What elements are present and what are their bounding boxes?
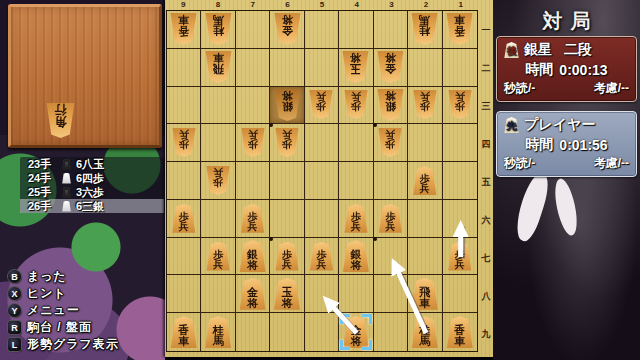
gote-piece-king[interactable]: 玉将	[342, 51, 369, 83]
sente-time-value: 0:01:56	[559, 137, 607, 153]
file-label-1: 1	[443, 0, 478, 10]
selection-cursor	[340, 314, 371, 350]
square-1五[interactable]	[443, 162, 477, 200]
file-label-9: 9	[166, 0, 201, 10]
square-9四[interactable]: 歩兵	[167, 124, 201, 162]
gote-piece-pawn[interactable]: 歩兵	[309, 90, 333, 119]
square-4三[interactable]: 歩兵	[339, 87, 373, 125]
file-label-5: 5	[305, 0, 340, 10]
square-1三[interactable]: 歩兵	[443, 87, 477, 125]
sente-piece-pawn[interactable]: 歩兵	[344, 204, 368, 233]
rank-label-九: 九	[479, 328, 493, 341]
square-7六[interactable]: 歩兵	[236, 200, 270, 238]
sente-piece-pawn[interactable]: 歩兵	[172, 204, 196, 233]
file-label-8: 8	[201, 0, 236, 10]
square-2五[interactable]: 歩兵	[408, 162, 442, 200]
square-7四[interactable]: 歩兵	[236, 124, 270, 162]
sente-time-label: 時間	[525, 136, 553, 154]
sente-piece-pawn[interactable]: 歩兵	[378, 204, 402, 233]
gote-piece-knight[interactable]: 桂馬	[205, 13, 232, 45]
sente-player-info: 先 プレイヤー 時間 0:01:56 秒読/- 考慮/--	[496, 111, 637, 177]
square-5五[interactable]	[305, 162, 339, 200]
gote-time-value: 0:00:13	[559, 62, 607, 78]
rank-label-八: 八	[479, 290, 493, 303]
move-row-23手: 23手6八玉	[20, 157, 164, 171]
gote-player-info: 後 銀星 二段 時間 0:00:13 秒読/- 考慮/--	[496, 36, 637, 102]
button-Y-icon: Y	[8, 304, 21, 317]
square-4四[interactable]	[339, 124, 373, 162]
square-7八[interactable]: 金将	[236, 275, 270, 313]
sente-piece-pawn[interactable]: 歩兵	[206, 242, 230, 271]
square-5四[interactable]	[305, 124, 339, 162]
button-L-icon: L	[8, 338, 21, 351]
sente-piece-knight[interactable]: 桂馬	[205, 316, 232, 348]
gote-piece-bishop[interactable]: 角行	[46, 103, 75, 138]
square-3六[interactable]: 歩兵	[374, 200, 408, 238]
square-6七[interactable]: 歩兵	[270, 238, 304, 276]
sente-badge: 先	[504, 117, 519, 133]
background-art-fang	[511, 170, 554, 243]
square-2三[interactable]: 歩兵	[408, 87, 442, 125]
square-3一[interactable]	[374, 11, 408, 49]
gote-captured-pieces-tray[interactable]: 角行	[8, 4, 162, 148]
square-1八[interactable]	[443, 275, 477, 313]
square-5七[interactable]: 歩兵	[305, 238, 339, 276]
square-8三[interactable]	[201, 87, 235, 125]
gote-piece-pawn[interactable]: 歩兵	[378, 128, 402, 157]
square-3二[interactable]: 金将	[374, 49, 408, 87]
rank-labels: 一二三四五六七八九	[479, 10, 493, 352]
sente-piece-pawn[interactable]: 歩兵	[413, 166, 437, 195]
rank-label-四: 四	[479, 138, 493, 151]
square-4二[interactable]: 玉将	[339, 49, 373, 87]
sente-piece-king[interactable]: 玉将	[274, 278, 301, 310]
gote-piece-rook[interactable]: 飛車	[205, 51, 232, 83]
hint-R: R駒台 / 盤面	[8, 319, 119, 336]
sente-piece-lance[interactable]: 香車	[446, 316, 473, 348]
square-3三[interactable]: 銀将	[374, 87, 408, 125]
move-list: 23手6八玉24手6四歩25手3六歩26手6三銀	[20, 157, 164, 213]
gote-move-icon	[62, 201, 71, 212]
gote-rank: 二段	[564, 41, 592, 59]
square-9七[interactable]	[167, 238, 201, 276]
gote-byoyomi: 秒読/-	[504, 80, 535, 97]
square-8四[interactable]	[201, 124, 235, 162]
square-1四[interactable]	[443, 124, 477, 162]
rank-label-五: 五	[479, 176, 493, 189]
square-5六[interactable]	[305, 200, 339, 238]
square-7二[interactable]	[236, 49, 270, 87]
square-9一[interactable]: 香車	[167, 11, 201, 49]
gote-name: 銀星	[524, 41, 552, 59]
square-2四[interactable]	[408, 124, 442, 162]
sente-piece-silver[interactable]: 銀将	[342, 240, 369, 272]
square-9八[interactable]	[167, 275, 201, 313]
hoshi-dot	[269, 123, 273, 127]
square-4一[interactable]	[339, 11, 373, 49]
sente-piece-silver[interactable]: 銀将	[239, 240, 266, 272]
square-8五[interactable]: 歩兵	[201, 162, 235, 200]
hint-Y: Yメニュー	[8, 302, 119, 319]
gote-piece-silver[interactable]: 銀将	[377, 89, 404, 121]
gote-badge: 後	[504, 42, 519, 58]
square-5九[interactable]	[305, 313, 339, 351]
hint-L: L形勢グラフ表示	[8, 336, 119, 353]
sente-piece-lance[interactable]: 香車	[170, 316, 197, 348]
square-5八[interactable]	[305, 275, 339, 313]
square-2七[interactable]	[408, 238, 442, 276]
board-grid: 香車桂馬金将桂馬香車飛車玉将金将銀将歩兵歩兵銀将歩兵歩兵歩兵歩兵歩兵歩兵歩兵歩兵…	[166, 10, 478, 352]
square-3八[interactable]	[374, 275, 408, 313]
sente-piece-pawn[interactable]: 歩兵	[241, 204, 265, 233]
square-5二[interactable]	[305, 49, 339, 87]
square-6二[interactable]	[270, 49, 304, 87]
hoshi-dot	[373, 237, 377, 241]
file-label-7: 7	[235, 0, 270, 10]
rank-label-六: 六	[479, 214, 493, 227]
square-4九[interactable]: 金将	[339, 313, 373, 351]
move-row-25手: 25手3六歩	[20, 185, 164, 199]
square-4五[interactable]	[339, 162, 373, 200]
gote-piece-gold[interactable]: 金将	[274, 13, 301, 45]
square-1二[interactable]	[443, 49, 477, 87]
square-5三[interactable]: 歩兵	[305, 87, 339, 125]
square-3五[interactable]	[374, 162, 408, 200]
button-R-icon: R	[8, 321, 21, 334]
square-2八[interactable]: 飛車	[408, 275, 442, 313]
sente-piece-pawn[interactable]: 歩兵	[448, 242, 472, 271]
sente-byoyomi: 秒読/-	[504, 155, 535, 172]
file-label-4: 4	[339, 0, 374, 10]
controller-hints: BまったXヒントYメニューR駒台 / 盤面L形勢グラフ表示	[8, 268, 119, 353]
square-8八[interactable]	[201, 275, 235, 313]
gote-piece-lance[interactable]: 香車	[446, 13, 473, 45]
square-9六[interactable]: 歩兵	[167, 200, 201, 238]
square-6八[interactable]: 玉将	[270, 275, 304, 313]
square-7九[interactable]	[236, 313, 270, 351]
background-art-fang	[551, 177, 581, 237]
square-7三[interactable]	[236, 87, 270, 125]
square-7七[interactable]: 銀将	[236, 238, 270, 276]
square-4六[interactable]: 歩兵	[339, 200, 373, 238]
hint-B: Bまった	[8, 268, 119, 285]
square-1七[interactable]: 歩兵	[443, 238, 477, 276]
square-6三[interactable]: 銀将	[270, 87, 304, 125]
square-5一[interactable]	[305, 11, 339, 49]
gote-piece-pawn[interactable]: 歩兵	[344, 90, 368, 119]
square-2九[interactable]: 桂馬	[408, 313, 442, 351]
square-1一[interactable]: 香車	[443, 11, 477, 49]
rank-label-一: 一	[479, 24, 493, 37]
shogi-board: 987654321 香車桂馬金将桂馬香車飛車玉将金将銀将歩兵歩兵銀将歩兵歩兵歩兵…	[165, 0, 493, 357]
right-panel: 対局 後 銀星 二段 時間 0:00:13 秒読/- 考慮/-- 先 プレイヤー…	[493, 0, 640, 360]
gote-piece-pawn[interactable]: 歩兵	[413, 90, 437, 119]
gote-time-label: 時間	[525, 61, 553, 79]
square-2二[interactable]	[408, 49, 442, 87]
gote-piece-lance[interactable]: 香車	[170, 13, 197, 45]
move-row-24手: 24手6四歩	[20, 171, 164, 185]
square-6四[interactable]: 歩兵	[270, 124, 304, 162]
square-8七[interactable]: 歩兵	[201, 238, 235, 276]
square-9五[interactable]	[167, 162, 201, 200]
square-8九[interactable]: 桂馬	[201, 313, 235, 351]
square-1六[interactable]	[443, 200, 477, 238]
square-9二[interactable]	[167, 49, 201, 87]
gote-piece-pawn[interactable]: 歩兵	[275, 128, 299, 157]
square-6六[interactable]	[270, 200, 304, 238]
rank-label-七: 七	[479, 252, 493, 265]
gote-piece-gold[interactable]: 金将	[377, 51, 404, 83]
sente-piece-rook[interactable]: 飛車	[411, 278, 438, 310]
gote-piece-knight[interactable]: 桂馬	[411, 13, 438, 45]
square-6九[interactable]	[270, 313, 304, 351]
button-X-icon: X	[8, 287, 21, 300]
hoshi-dot	[373, 123, 377, 127]
rank-label-二: 二	[479, 62, 493, 75]
gote-piece-pawn[interactable]: 歩兵	[448, 90, 472, 119]
square-1九[interactable]: 香車	[443, 313, 477, 351]
rank-label-三: 三	[479, 100, 493, 113]
square-8二[interactable]: 飛車	[201, 49, 235, 87]
gote-consideration: 考慮/--	[594, 80, 629, 97]
square-9三[interactable]	[167, 87, 201, 125]
square-8一[interactable]: 桂馬	[201, 11, 235, 49]
square-3四[interactable]: 歩兵	[374, 124, 408, 162]
sente-name: プレイヤー	[524, 116, 595, 134]
file-label-6: 6	[270, 0, 305, 10]
gote-piece-pawn[interactable]: 歩兵	[241, 128, 265, 157]
square-2六[interactable]	[408, 200, 442, 238]
hint-X: Xヒント	[8, 285, 119, 302]
file-labels: 987654321	[166, 0, 478, 10]
match-title: 対局	[493, 8, 640, 35]
left-panel: 角行 23手6八玉24手6四歩25手3六歩26手6三銀 BまったXヒントYメニュ…	[0, 0, 165, 360]
square-6一[interactable]: 金将	[270, 11, 304, 49]
sente-piece-pawn[interactable]: 歩兵	[309, 242, 333, 271]
gote-piece-pawn[interactable]: 歩兵	[172, 128, 196, 157]
move-row-26手: 26手6三銀	[20, 199, 164, 213]
square-8六[interactable]	[201, 200, 235, 238]
gote-piece-silver[interactable]: 銀将	[274, 89, 301, 121]
hoshi-dot	[269, 237, 273, 241]
button-B-icon: B	[8, 270, 21, 283]
gote-piece-pawn[interactable]: 歩兵	[206, 166, 230, 195]
sente-piece-knight[interactable]: 桂馬	[411, 316, 438, 348]
file-label-3: 3	[374, 0, 409, 10]
square-3七[interactable]	[374, 238, 408, 276]
square-2一[interactable]: 桂馬	[408, 11, 442, 49]
square-4七[interactable]: 銀将	[339, 238, 373, 276]
sente-consideration: 考慮/--	[594, 155, 629, 172]
sente-move-icon	[62, 187, 71, 198]
sente-piece-pawn[interactable]: 歩兵	[275, 242, 299, 271]
square-6五[interactable]	[270, 162, 304, 200]
square-7五[interactable]	[236, 162, 270, 200]
sente-piece-gold[interactable]: 金将	[239, 278, 266, 310]
file-label-2: 2	[409, 0, 444, 10]
square-9九[interactable]: 香車	[167, 313, 201, 351]
square-7一[interactable]	[236, 11, 270, 49]
sente-move-icon	[62, 159, 71, 170]
square-4八[interactable]	[339, 275, 373, 313]
gote-move-icon	[62, 173, 71, 184]
square-3九[interactable]	[374, 313, 408, 351]
